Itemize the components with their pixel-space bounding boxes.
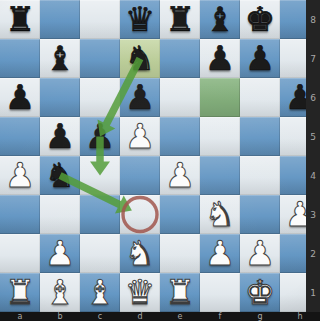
piece-white-pawn-d5[interactable]: ♟: [120, 117, 160, 156]
square-e8[interactable]: ♜: [160, 0, 200, 39]
piece-white-pawn-a4[interactable]: ♟: [0, 156, 40, 195]
square-c2[interactable]: [80, 234, 120, 273]
square-f1[interactable]: [200, 273, 240, 312]
square-b5[interactable]: ♟: [40, 117, 80, 156]
square-b1[interactable]: ♝: [40, 273, 80, 312]
rank-label-1: 1: [306, 273, 320, 312]
piece-white-king-g1[interactable]: ♚: [240, 273, 280, 312]
square-f5[interactable]: [200, 117, 240, 156]
piece-black-bishop-f8[interactable]: ♝: [200, 0, 240, 39]
piece-black-king-g8[interactable]: ♚: [240, 0, 280, 39]
piece-black-bishop-b7[interactable]: ♝: [40, 39, 80, 78]
square-c8[interactable]: [80, 0, 120, 39]
piece-white-pawn-f2[interactable]: ♟: [200, 234, 240, 273]
square-a6[interactable]: ♟: [0, 78, 40, 117]
piece-black-rook-e8[interactable]: ♜: [160, 0, 200, 39]
file-label-e: e: [160, 312, 200, 321]
piece-black-knight-b4[interactable]: ♞: [40, 156, 80, 195]
square-g6[interactable]: [240, 78, 280, 117]
piece-black-pawn-a6[interactable]: ♟: [0, 78, 40, 117]
square-e2[interactable]: [160, 234, 200, 273]
piece-black-pawn-c5[interactable]: ♟: [80, 117, 120, 156]
piece-black-rook-a8[interactable]: ♜: [0, 0, 40, 39]
square-g2[interactable]: ♟: [240, 234, 280, 273]
square-g1[interactable]: ♚: [240, 273, 280, 312]
square-a2[interactable]: [0, 234, 40, 273]
rank-coordinates-strip: 87654321: [306, 0, 320, 312]
file-coordinates-strip: abcdefgh: [0, 312, 320, 321]
square-f6[interactable]: [200, 78, 240, 117]
piece-white-rook-a1[interactable]: ♜: [0, 273, 40, 312]
square-c4[interactable]: [80, 156, 120, 195]
square-f2[interactable]: ♟: [200, 234, 240, 273]
square-a5[interactable]: [0, 117, 40, 156]
piece-black-pawn-f7[interactable]: ♟: [200, 39, 240, 78]
rank-label-4: 4: [306, 156, 320, 195]
square-d4[interactable]: [120, 156, 160, 195]
square-g5[interactable]: [240, 117, 280, 156]
rank-label-3: 3: [306, 195, 320, 234]
rank-label-5: 5: [306, 117, 320, 156]
piece-black-pawn-d6[interactable]: ♟: [120, 78, 160, 117]
piece-black-queen-d8[interactable]: ♛: [120, 0, 160, 39]
square-d8[interactable]: ♛: [120, 0, 160, 39]
piece-white-pawn-e4[interactable]: ♟: [160, 156, 200, 195]
chess-board: ♜♛♜♝♚♝♞♟♟♟♟♟♟♟♟♟♞♟♞♟♟♞♟♟♜♝♝♛♜♚: [0, 0, 320, 312]
square-g4[interactable]: [240, 156, 280, 195]
rank-label-7: 7: [306, 39, 320, 78]
square-a8[interactable]: ♜: [0, 0, 40, 39]
square-a7[interactable]: [0, 39, 40, 78]
square-d5[interactable]: ♟: [120, 117, 160, 156]
square-b6[interactable]: [40, 78, 80, 117]
piece-black-pawn-b5[interactable]: ♟: [40, 117, 80, 156]
square-b8[interactable]: [40, 0, 80, 39]
piece-white-pawn-b2[interactable]: ♟: [40, 234, 80, 273]
piece-white-bishop-b1[interactable]: ♝: [40, 273, 80, 312]
square-b2[interactable]: ♟: [40, 234, 80, 273]
square-d7[interactable]: ♞: [120, 39, 160, 78]
file-label-h: h: [280, 312, 320, 321]
piece-black-pawn-g7[interactable]: ♟: [240, 39, 280, 78]
square-c5[interactable]: ♟: [80, 117, 120, 156]
square-g7[interactable]: ♟: [240, 39, 280, 78]
file-label-g: g: [240, 312, 280, 321]
square-f8[interactable]: ♝: [200, 0, 240, 39]
rank-label-2: 2: [306, 234, 320, 273]
square-e7[interactable]: [160, 39, 200, 78]
square-f7[interactable]: ♟: [200, 39, 240, 78]
square-e5[interactable]: [160, 117, 200, 156]
piece-white-queen-d1[interactable]: ♛: [120, 273, 160, 312]
chess-analysis-board: ♜♛♜♝♚♝♞♟♟♟♟♟♟♟♟♟♞♟♞♟♟♞♟♟♜♝♝♛♜♚ 87654321 …: [0, 0, 320, 321]
square-a3[interactable]: [0, 195, 40, 234]
square-d6[interactable]: ♟: [120, 78, 160, 117]
piece-white-knight-d2[interactable]: ♞: [120, 234, 160, 273]
square-f4[interactable]: [200, 156, 240, 195]
square-g8[interactable]: ♚: [240, 0, 280, 39]
piece-white-pawn-g2[interactable]: ♟: [240, 234, 280, 273]
square-c6[interactable]: [80, 78, 120, 117]
square-a1[interactable]: ♜: [0, 273, 40, 312]
square-d1[interactable]: ♛: [120, 273, 160, 312]
file-label-b: b: [40, 312, 80, 321]
piece-black-knight-d7[interactable]: ♞: [120, 39, 160, 78]
square-c1[interactable]: ♝: [80, 273, 120, 312]
piece-white-bishop-c1[interactable]: ♝: [80, 273, 120, 312]
piece-white-knight-f3[interactable]: ♞: [200, 195, 240, 234]
piece-white-rook-e1[interactable]: ♜: [160, 273, 200, 312]
square-e3[interactable]: [160, 195, 200, 234]
file-label-a: a: [0, 312, 40, 321]
rank-label-6: 6: [306, 78, 320, 117]
file-label-d: d: [120, 312, 160, 321]
square-d2[interactable]: ♞: [120, 234, 160, 273]
square-b4[interactable]: ♞: [40, 156, 80, 195]
square-d3[interactable]: [120, 195, 160, 234]
file-label-c: c: [80, 312, 120, 321]
square-f3[interactable]: ♞: [200, 195, 240, 234]
square-e4[interactable]: ♟: [160, 156, 200, 195]
square-c7[interactable]: [80, 39, 120, 78]
square-e1[interactable]: ♜: [160, 273, 200, 312]
square-c3[interactable]: [80, 195, 120, 234]
file-label-f: f: [200, 312, 240, 321]
square-g3[interactable]: [240, 195, 280, 234]
rank-label-8: 8: [306, 0, 320, 39]
square-a4[interactable]: ♟: [0, 156, 40, 195]
square-b3[interactable]: [40, 195, 80, 234]
square-b7[interactable]: ♝: [40, 39, 80, 78]
square-e6[interactable]: [160, 78, 200, 117]
